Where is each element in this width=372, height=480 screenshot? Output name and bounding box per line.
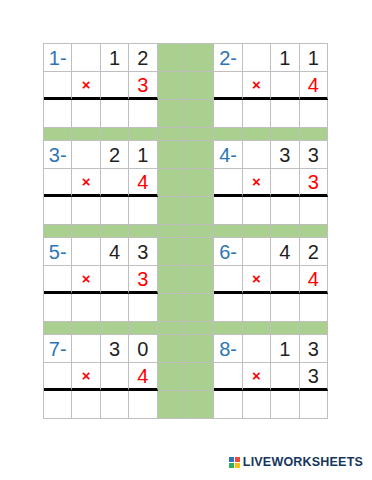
problem-number: 1- bbox=[44, 44, 72, 72]
answer-cell[interactable] bbox=[214, 391, 242, 419]
digit-cell: 2 bbox=[129, 44, 157, 72]
digit-cell: 2 bbox=[101, 141, 129, 169]
blank-cell bbox=[101, 169, 129, 197]
logo-color-square bbox=[235, 457, 240, 462]
blank-cell bbox=[72, 335, 100, 363]
divider-cell bbox=[186, 72, 214, 100]
digit-cell: 1 bbox=[129, 141, 157, 169]
answer-cell[interactable] bbox=[214, 100, 242, 128]
answer-cell[interactable] bbox=[243, 391, 271, 419]
blank-cell bbox=[44, 72, 72, 100]
separator-cell bbox=[44, 128, 72, 141]
answer-cell[interactable] bbox=[271, 391, 299, 419]
multiply-sign: × bbox=[243, 169, 271, 197]
separator-cell bbox=[72, 322, 100, 335]
divider-cell bbox=[186, 391, 214, 419]
separator-cell bbox=[129, 225, 157, 238]
answer-cell[interactable] bbox=[243, 100, 271, 128]
separator-cell bbox=[271, 128, 299, 141]
problem-number: 2- bbox=[214, 44, 242, 72]
divider-cell bbox=[186, 335, 214, 363]
digit-cell: 3 bbox=[300, 141, 328, 169]
separator-cell bbox=[300, 322, 328, 335]
multiply-sign: × bbox=[243, 363, 271, 391]
liveworksheets-icon bbox=[229, 457, 240, 468]
separator-cell bbox=[158, 128, 186, 141]
divider-cell bbox=[158, 141, 186, 169]
separator-cell bbox=[243, 225, 271, 238]
blank-cell bbox=[72, 141, 100, 169]
separator-cell bbox=[300, 128, 328, 141]
separator-cell bbox=[44, 322, 72, 335]
divider-cell bbox=[186, 238, 214, 266]
digit-cell: 1 bbox=[300, 44, 328, 72]
separator-cell bbox=[101, 225, 129, 238]
divider-cell bbox=[158, 391, 186, 419]
answer-cell[interactable] bbox=[101, 294, 129, 322]
answer-cell[interactable] bbox=[271, 100, 299, 128]
blank-cell bbox=[44, 363, 72, 391]
separator-cell bbox=[72, 225, 100, 238]
answer-cell[interactable] bbox=[300, 391, 328, 419]
problem-number: 4- bbox=[214, 141, 242, 169]
separator-cell bbox=[243, 128, 271, 141]
answer-cell[interactable] bbox=[72, 391, 100, 419]
divider-cell bbox=[158, 294, 186, 322]
blank-cell bbox=[214, 363, 242, 391]
divider-cell bbox=[158, 335, 186, 363]
blank-cell bbox=[271, 363, 299, 391]
separator-cell bbox=[72, 128, 100, 141]
divider-cell bbox=[158, 44, 186, 72]
blank-cell bbox=[243, 238, 271, 266]
answer-cell[interactable] bbox=[101, 391, 129, 419]
digit-cell: 3 bbox=[300, 169, 328, 197]
blank-cell bbox=[271, 72, 299, 100]
divider-cell bbox=[158, 266, 186, 294]
separator-cell bbox=[129, 322, 157, 335]
multiply-sign: × bbox=[243, 72, 271, 100]
blank-cell bbox=[271, 266, 299, 294]
separator-cell bbox=[243, 322, 271, 335]
digit-cell: 1 bbox=[271, 44, 299, 72]
multiply-sign: × bbox=[72, 169, 100, 197]
blank-cell bbox=[214, 169, 242, 197]
digit-cell: 3 bbox=[300, 335, 328, 363]
digit-cell: 3 bbox=[300, 363, 328, 391]
divider-cell bbox=[186, 44, 214, 72]
separator-cell bbox=[214, 225, 242, 238]
problem-number: 5- bbox=[44, 238, 72, 266]
separator-cell bbox=[186, 225, 214, 238]
divider-cell bbox=[158, 169, 186, 197]
digit-cell: 0 bbox=[129, 335, 157, 363]
answer-cell[interactable] bbox=[271, 197, 299, 225]
digit-cell: 4 bbox=[271, 238, 299, 266]
liveworksheets-wordmark: LIVEWORKSHEETS bbox=[243, 455, 363, 469]
answer-cell[interactable] bbox=[214, 197, 242, 225]
answer-cell[interactable] bbox=[72, 294, 100, 322]
blank-cell bbox=[214, 266, 242, 294]
blank-cell bbox=[101, 266, 129, 294]
answer-cell[interactable] bbox=[44, 391, 72, 419]
logo-color-square bbox=[235, 463, 240, 468]
digit-cell: 4 bbox=[129, 169, 157, 197]
worksheet-grid: 1-122-11×3×43-214-33×4×35-436-42×3×47-30… bbox=[43, 43, 328, 419]
blank-cell bbox=[72, 238, 100, 266]
multiply-sign: × bbox=[72, 72, 100, 100]
digit-cell: 4 bbox=[300, 266, 328, 294]
separator-cell bbox=[101, 128, 129, 141]
divider-cell bbox=[186, 363, 214, 391]
divider-cell bbox=[186, 100, 214, 128]
liveworksheets-logo[interactable]: LIVEWORKSHEETS bbox=[229, 455, 363, 469]
answer-cell[interactable] bbox=[129, 391, 157, 419]
divider-cell bbox=[158, 72, 186, 100]
divider-cell bbox=[186, 197, 214, 225]
answer-cell[interactable] bbox=[300, 197, 328, 225]
blank-cell bbox=[72, 44, 100, 72]
divider-cell bbox=[158, 238, 186, 266]
digit-cell: 3 bbox=[129, 72, 157, 100]
blank-cell bbox=[44, 169, 72, 197]
digit-cell: 1 bbox=[101, 44, 129, 72]
separator-cell bbox=[300, 225, 328, 238]
answer-cell[interactable] bbox=[243, 294, 271, 322]
blank-cell bbox=[243, 141, 271, 169]
answer-cell[interactable] bbox=[271, 294, 299, 322]
separator-cell bbox=[44, 225, 72, 238]
digit-cell: 3 bbox=[271, 141, 299, 169]
problem-number: 8- bbox=[214, 335, 242, 363]
problem-number: 6- bbox=[214, 238, 242, 266]
answer-cell[interactable] bbox=[101, 100, 129, 128]
problem-number: 3- bbox=[44, 141, 72, 169]
multiply-sign: × bbox=[72, 266, 100, 294]
digit-cell: 4 bbox=[129, 363, 157, 391]
multiply-sign: × bbox=[72, 363, 100, 391]
divider-cell bbox=[158, 100, 186, 128]
separator-cell bbox=[271, 322, 299, 335]
separator-cell bbox=[214, 322, 242, 335]
digit-cell: 4 bbox=[300, 72, 328, 100]
answer-cell[interactable] bbox=[44, 100, 72, 128]
answer-cell[interactable] bbox=[72, 197, 100, 225]
separator-cell bbox=[158, 225, 186, 238]
blank-cell bbox=[101, 363, 129, 391]
divider-cell bbox=[186, 266, 214, 294]
blank-cell bbox=[271, 169, 299, 197]
answer-cell[interactable] bbox=[300, 100, 328, 128]
separator-cell bbox=[186, 322, 214, 335]
answer-cell[interactable] bbox=[44, 294, 72, 322]
logo-color-square bbox=[229, 463, 234, 468]
digit-cell: 3 bbox=[129, 266, 157, 294]
divider-cell bbox=[158, 197, 186, 225]
answer-cell[interactable] bbox=[214, 294, 242, 322]
multiply-sign: × bbox=[243, 266, 271, 294]
divider-cell bbox=[158, 363, 186, 391]
answer-cell[interactable] bbox=[101, 197, 129, 225]
answer-cell[interactable] bbox=[129, 197, 157, 225]
digit-cell: 4 bbox=[101, 238, 129, 266]
blank-cell bbox=[243, 335, 271, 363]
separator-cell bbox=[214, 128, 242, 141]
separator-cell bbox=[129, 128, 157, 141]
separator-cell bbox=[101, 322, 129, 335]
divider-cell bbox=[186, 169, 214, 197]
blank-cell bbox=[214, 72, 242, 100]
digit-cell: 3 bbox=[101, 335, 129, 363]
blank-cell bbox=[243, 44, 271, 72]
digit-cell: 3 bbox=[129, 238, 157, 266]
digit-cell: 2 bbox=[300, 238, 328, 266]
divider-cell bbox=[186, 141, 214, 169]
problem-number: 7- bbox=[44, 335, 72, 363]
divider-cell bbox=[186, 294, 214, 322]
answer-cell[interactable] bbox=[300, 294, 328, 322]
answer-cell[interactable] bbox=[72, 100, 100, 128]
answer-cell[interactable] bbox=[44, 197, 72, 225]
answer-cell[interactable] bbox=[129, 100, 157, 128]
separator-cell bbox=[271, 225, 299, 238]
blank-cell bbox=[101, 72, 129, 100]
logo-color-square bbox=[229, 457, 234, 462]
blank-cell bbox=[44, 266, 72, 294]
separator-cell bbox=[158, 322, 186, 335]
separator-cell bbox=[186, 128, 214, 141]
digit-cell: 1 bbox=[271, 335, 299, 363]
answer-cell[interactable] bbox=[243, 197, 271, 225]
answer-cell[interactable] bbox=[129, 294, 157, 322]
